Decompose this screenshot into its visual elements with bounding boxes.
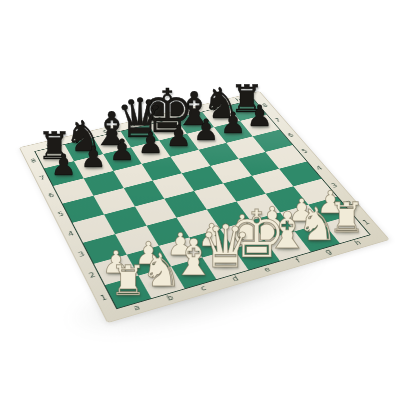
rank-label-4: 4: [316, 166, 324, 171]
file-label-c: c: [199, 285, 207, 292]
file-label-h: h: [235, 98, 242, 103]
file-label-f: f: [184, 110, 189, 114]
file-label-c: c: [102, 129, 108, 134]
file-label-e: e: [156, 116, 163, 121]
rank-label-1: 1: [362, 220, 371, 226]
rank-label-8: 8: [262, 103, 269, 108]
rank-label-7: 7: [39, 176, 46, 182]
file-label-b: b: [73, 136, 80, 141]
rank-label-8: 8: [30, 159, 37, 164]
rank-label-5: 5: [57, 212, 64, 218]
file-label-e: e: [263, 266, 272, 273]
rank-label-5: 5: [301, 149, 309, 154]
file-label-h: h: [354, 240, 363, 247]
file-label-d: d: [231, 275, 240, 282]
rank-label-2: 2: [89, 273, 97, 280]
rank-label-3: 3: [330, 183, 338, 189]
rank-label-3: 3: [78, 251, 86, 258]
file-label-g: g: [209, 104, 216, 109]
file-label-a: a: [45, 142, 52, 147]
file-label-b: b: [166, 294, 175, 301]
rank-label-7: 7: [274, 118, 281, 123]
rank-label-2: 2: [346, 201, 355, 207]
file-label-g: g: [324, 248, 333, 255]
rank-label-1: 1: [100, 295, 108, 302]
file-label-f: f: [295, 258, 302, 264]
rank-label-4: 4: [67, 231, 75, 237]
rank-label-6: 6: [287, 133, 295, 138]
file-label-d: d: [129, 123, 136, 128]
rank-label-6: 6: [48, 193, 55, 199]
file-label-a: a: [133, 304, 141, 311]
chess-set-product-photo: 1122334455667788aabbccddeeffgghh ♜♞♝♛♚♝♞…: [0, 0, 400, 400]
